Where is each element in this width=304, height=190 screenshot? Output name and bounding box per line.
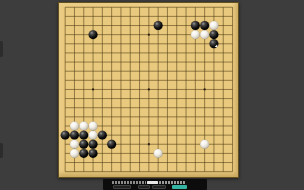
status-text-segment xyxy=(112,181,146,184)
black-stone-17-4 xyxy=(209,30,218,39)
black-stone-4-16 xyxy=(89,140,98,149)
primary-action-button[interactable] xyxy=(172,185,187,189)
black-stone-3-15 xyxy=(79,131,88,140)
black-stone-4-4 xyxy=(89,30,98,39)
star-point xyxy=(92,88,94,90)
black-stone-6-16 xyxy=(107,140,116,149)
black-stone-5-15 xyxy=(98,131,107,140)
white-stone-4-15 xyxy=(89,131,98,140)
black-stone-3-17 xyxy=(79,149,88,158)
go-board-svg xyxy=(59,3,238,177)
white-stone-15-4 xyxy=(191,30,200,39)
star-point xyxy=(148,34,150,36)
black-stone-11-3 xyxy=(154,21,163,30)
control-button-1[interactable] xyxy=(113,185,131,189)
black-stone-3-16 xyxy=(79,140,88,149)
white-stone-2-14 xyxy=(70,121,79,130)
white-stone-16-16 xyxy=(200,140,209,149)
white-stone-11-17 xyxy=(154,149,163,158)
star-point xyxy=(148,143,150,145)
left-edge-tab-bottom[interactable] xyxy=(0,143,3,158)
white-stone-3-14 xyxy=(79,121,88,130)
left-edge-tab-top[interactable] xyxy=(0,41,3,57)
black-stone-1-15 xyxy=(61,131,70,140)
white-stone-2-17 xyxy=(70,149,79,158)
white-stone-2-16 xyxy=(70,140,79,149)
star-point xyxy=(148,88,150,90)
go-board[interactable] xyxy=(58,2,239,178)
black-stone-16-3 xyxy=(200,21,209,30)
star-point xyxy=(204,88,206,90)
control-button-2[interactable] xyxy=(138,185,150,189)
status-text-highlight xyxy=(147,181,158,184)
white-stone-16-4 xyxy=(200,30,209,39)
white-stone-4-14 xyxy=(89,121,98,130)
white-stone-17-3 xyxy=(209,21,218,30)
control-button-3[interactable] xyxy=(152,185,166,189)
status-controls xyxy=(113,185,187,189)
app-screen xyxy=(0,0,304,190)
black-stone-15-3 xyxy=(191,21,200,30)
black-stone-4-17 xyxy=(89,149,98,158)
status-text xyxy=(112,181,185,184)
black-stone-2-15 xyxy=(70,131,79,140)
status-bar xyxy=(103,179,207,190)
status-text-segment xyxy=(159,181,185,184)
